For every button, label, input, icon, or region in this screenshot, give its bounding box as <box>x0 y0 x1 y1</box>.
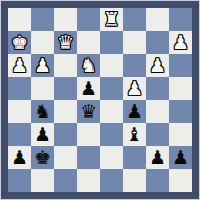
square-c7[interactable]: ♛ <box>54 31 77 54</box>
square-h5[interactable] <box>169 77 192 100</box>
white-pawn-piece[interactable]: ♟ <box>146 54 169 77</box>
black-pawn-piece[interactable]: ♟ <box>123 100 146 123</box>
square-g8[interactable] <box>146 8 169 31</box>
square-e4[interactable] <box>100 100 123 123</box>
square-a7[interactable]: ♚ <box>8 31 31 54</box>
white-pawn-piece[interactable]: ♟ <box>169 31 192 54</box>
square-f8[interactable] <box>123 8 146 31</box>
square-e5[interactable] <box>100 77 123 100</box>
square-a4[interactable] <box>8 100 31 123</box>
black-pawn-piece[interactable]: ♟ <box>31 123 54 146</box>
square-e1[interactable] <box>100 169 123 192</box>
square-g4[interactable] <box>146 100 169 123</box>
square-c8[interactable] <box>54 8 77 31</box>
square-c4[interactable] <box>54 100 77 123</box>
square-g2[interactable]: ♟ <box>146 146 169 169</box>
square-e6[interactable] <box>100 54 123 77</box>
square-d5[interactable]: ♟ <box>77 77 100 100</box>
square-f4[interactable]: ♟ <box>123 100 146 123</box>
square-h8[interactable] <box>169 8 192 31</box>
square-a6[interactable]: ♟ <box>8 54 31 77</box>
white-rook-piece[interactable]: ♜ <box>100 8 123 31</box>
square-h2[interactable]: ♟ <box>169 146 192 169</box>
square-c6[interactable] <box>54 54 77 77</box>
square-b3[interactable]: ♟ <box>31 123 54 146</box>
white-pawn-piece[interactable]: ♟ <box>31 54 54 77</box>
square-h3[interactable] <box>169 123 192 146</box>
square-g6[interactable]: ♟ <box>146 54 169 77</box>
square-a1[interactable] <box>8 169 31 192</box>
black-pawn-piece[interactable]: ♟ <box>169 146 192 169</box>
chess-board: ♜♚♛♟♟♟♞♟♟♟♞♛♟♟♝♟♚♟♟ <box>8 8 192 192</box>
square-e8[interactable]: ♜ <box>100 8 123 31</box>
black-pawn-piece[interactable]: ♟ <box>146 146 169 169</box>
square-h4[interactable] <box>169 100 192 123</box>
black-queen-piece[interactable]: ♛ <box>77 100 100 123</box>
square-f7[interactable] <box>123 31 146 54</box>
black-pawn-piece[interactable]: ♟ <box>77 77 100 100</box>
square-b8[interactable] <box>31 8 54 31</box>
square-b4[interactable]: ♞ <box>31 100 54 123</box>
square-b7[interactable] <box>31 31 54 54</box>
square-h1[interactable] <box>169 169 192 192</box>
black-bishop-piece[interactable]: ♝ <box>123 123 146 146</box>
square-d4[interactable]: ♛ <box>77 100 100 123</box>
white-knight-piece[interactable]: ♞ <box>77 54 100 77</box>
square-f2[interactable] <box>123 146 146 169</box>
square-a8[interactable] <box>8 8 31 31</box>
square-f1[interactable] <box>123 169 146 192</box>
square-c5[interactable] <box>54 77 77 100</box>
square-f6[interactable] <box>123 54 146 77</box>
square-e3[interactable] <box>100 123 123 146</box>
black-pawn-piece[interactable]: ♟ <box>8 146 31 169</box>
square-a2[interactable]: ♟ <box>8 146 31 169</box>
white-king-piece[interactable]: ♚ <box>8 31 31 54</box>
square-d8[interactable] <box>77 8 100 31</box>
square-h7[interactable]: ♟ <box>169 31 192 54</box>
square-a5[interactable] <box>8 77 31 100</box>
white-pawn-piece[interactable]: ♟ <box>8 54 31 77</box>
square-d3[interactable] <box>77 123 100 146</box>
square-g1[interactable] <box>146 169 169 192</box>
square-d6[interactable]: ♞ <box>77 54 100 77</box>
square-d1[interactable] <box>77 169 100 192</box>
square-g7[interactable] <box>146 31 169 54</box>
square-f3[interactable]: ♝ <box>123 123 146 146</box>
square-g3[interactable] <box>146 123 169 146</box>
black-knight-piece[interactable]: ♞ <box>31 100 54 123</box>
square-b6[interactable]: ♟ <box>31 54 54 77</box>
black-king-piece[interactable]: ♚ <box>31 146 54 169</box>
square-c2[interactable] <box>54 146 77 169</box>
square-b1[interactable] <box>31 169 54 192</box>
square-f5[interactable]: ♟ <box>123 77 146 100</box>
white-queen-piece[interactable]: ♛ <box>54 31 77 54</box>
square-c3[interactable] <box>54 123 77 146</box>
square-e7[interactable] <box>100 31 123 54</box>
square-a3[interactable] <box>8 123 31 146</box>
square-b5[interactable] <box>31 77 54 100</box>
square-b2[interactable]: ♚ <box>31 146 54 169</box>
square-h6[interactable] <box>169 54 192 77</box>
square-c1[interactable] <box>54 169 77 192</box>
square-d7[interactable] <box>77 31 100 54</box>
square-g5[interactable] <box>146 77 169 100</box>
board-frame: ♜♚♛♟♟♟♞♟♟♟♞♛♟♟♝♟♚♟♟ <box>0 0 200 200</box>
white-pawn-piece[interactable]: ♟ <box>123 77 146 100</box>
square-d2[interactable] <box>77 146 100 169</box>
square-e2[interactable] <box>100 146 123 169</box>
